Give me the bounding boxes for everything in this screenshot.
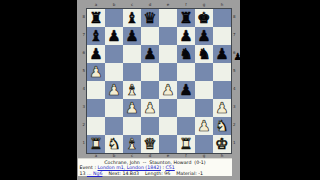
- white-knight-icon: ♞: [107, 135, 120, 153]
- square-d7[interactable]: [141, 27, 159, 45]
- file-label: f: [177, 2, 195, 7]
- file-label: g: [195, 2, 213, 7]
- square-h5[interactable]: [213, 63, 231, 81]
- black-knight-icon: ♞: [179, 45, 192, 63]
- square-f7[interactable]: ♟: [177, 27, 195, 45]
- black-pawn-icon: ♟: [107, 27, 120, 45]
- white-bishop-icon: ♝: [125, 135, 138, 153]
- white-knight-icon: ♞: [215, 117, 228, 135]
- square-d4[interactable]: [141, 81, 159, 99]
- square-c7[interactable]: ♟: [123, 27, 141, 45]
- chessboard[interactable]: ♜♝♛♜♚♝♟♟♟♟♟♟♞♞♟♟♟♝♟♟♟♟♟♟♞♜♞♝♛♜♚: [86, 8, 232, 154]
- square-a3[interactable]: [87, 99, 105, 117]
- black-pawn-icon: ♟: [197, 27, 210, 45]
- black-rook-icon: ♜: [179, 9, 192, 27]
- file-label: c: [123, 2, 141, 7]
- black-bishop-icon: ♝: [89, 27, 102, 45]
- square-e7[interactable]: [159, 27, 177, 45]
- square-h2[interactable]: ♞: [213, 117, 231, 135]
- square-a5[interactable]: ♟: [87, 63, 105, 81]
- info-text: 13: [80, 171, 87, 176]
- rank-label: 8: [80, 8, 85, 26]
- left-black-bar: [0, 0, 77, 180]
- rank-labels-left: 87654321: [80, 8, 85, 152]
- square-a8[interactable]: ♜: [87, 9, 105, 27]
- square-c3[interactable]: ♟: [123, 99, 141, 117]
- file-label: b: [105, 2, 123, 7]
- white-queen-icon: ♛: [143, 135, 156, 153]
- square-h3[interactable]: ♟: [213, 99, 231, 117]
- white-pawn-icon: ♟: [161, 81, 174, 99]
- black-knight-icon: ♞: [197, 45, 210, 63]
- file-labels-top: abcdefgh: [87, 2, 231, 7]
- square-h8[interactable]: [213, 9, 231, 27]
- square-f3[interactable]: [177, 99, 195, 117]
- square-f8[interactable]: ♜: [177, 9, 195, 27]
- square-f6[interactable]: ♞: [177, 45, 195, 63]
- file-label: h: [213, 2, 231, 7]
- white-rook-icon: ♜: [89, 135, 102, 153]
- square-g1[interactable]: [195, 135, 213, 153]
- rank-label: 7: [80, 26, 85, 44]
- rank-label: 1: [233, 134, 239, 152]
- square-g6[interactable]: ♞: [195, 45, 213, 63]
- rank-label: 5: [233, 62, 239, 80]
- black-pawn-icon: ♟: [89, 45, 102, 63]
- info-text: Length: 96: [145, 171, 170, 176]
- square-b4[interactable]: ♟: [105, 81, 123, 99]
- rank-label: 1: [80, 134, 85, 152]
- white-pawn-icon: ♟: [89, 63, 102, 81]
- square-b3[interactable]: [105, 99, 123, 117]
- file-label: d: [141, 2, 159, 7]
- square-c4[interactable]: ♝: [123, 81, 141, 99]
- info-link[interactable]: C51: [166, 165, 175, 170]
- square-c1[interactable]: ♝: [123, 135, 141, 153]
- square-c6[interactable]: [123, 45, 141, 63]
- square-g3[interactable]: [195, 99, 213, 117]
- square-g7[interactable]: ♟: [195, 27, 213, 45]
- square-d3[interactable]: ♟: [141, 99, 159, 117]
- square-b7[interactable]: ♟: [105, 27, 123, 45]
- square-h6[interactable]: ♟: [213, 45, 231, 63]
- info-text: Event :: [80, 165, 98, 170]
- rank-label: 5: [80, 62, 85, 80]
- square-a1[interactable]: ♜: [87, 135, 105, 153]
- square-g8[interactable]: ♚: [195, 9, 213, 27]
- file-label: a: [87, 2, 105, 7]
- black-pawn-icon: ♟: [179, 27, 192, 45]
- rank-label: 3: [233, 98, 239, 116]
- square-e3[interactable]: [159, 99, 177, 117]
- square-f4[interactable]: ♟: [177, 81, 195, 99]
- info-link[interactable]: ... Ng6: [87, 171, 102, 176]
- white-pawn-icon: ♟: [107, 81, 120, 99]
- square-a2[interactable]: [87, 117, 105, 135]
- info-panel: Cochrane, John -- Staunton, Howard (0-1)…: [78, 158, 232, 176]
- square-h4[interactable]: [213, 81, 231, 99]
- square-a4[interactable]: [87, 81, 105, 99]
- square-g4[interactable]: [195, 81, 213, 99]
- rank-label: 3: [80, 98, 85, 116]
- square-e5[interactable]: [159, 63, 177, 81]
- square-d2[interactable]: [141, 117, 159, 135]
- square-c2[interactable]: [123, 117, 141, 135]
- square-g5[interactable]: [195, 63, 213, 81]
- square-d1[interactable]: ♛: [141, 135, 159, 153]
- square-b5[interactable]: [105, 63, 123, 81]
- square-f5[interactable]: [177, 63, 195, 81]
- square-e6[interactable]: [159, 45, 177, 63]
- square-f2[interactable]: [177, 117, 195, 135]
- move-status-line: 13 ... Ng6Next: 14.Bd3Length: 96Material…: [78, 171, 232, 177]
- rank-label: 2: [233, 116, 239, 134]
- square-e2[interactable]: [159, 117, 177, 135]
- info-text: Next: 14.Bd3: [108, 171, 139, 176]
- white-king-icon: ♚: [215, 135, 228, 153]
- square-b6[interactable]: [105, 45, 123, 63]
- square-h1[interactable]: ♚: [213, 135, 231, 153]
- black-queen-icon: ♛: [143, 9, 156, 27]
- square-h7[interactable]: [213, 27, 231, 45]
- board-panel: abcdefgh 87654321 ♜♝♛♜♚♝♟♟♟♟♟♟♞♞♟♟♟♝♟♟♟♟…: [77, 0, 240, 180]
- file-label: e: [159, 2, 177, 7]
- square-g2[interactable]: ♟: [195, 117, 213, 135]
- square-b8[interactable]: [105, 9, 123, 27]
- white-pawn-icon: ♟: [197, 117, 210, 135]
- black-pawn-icon: ♟: [215, 45, 228, 63]
- square-f1[interactable]: ♜: [177, 135, 195, 153]
- white-pawn-icon: ♟: [215, 99, 228, 117]
- white-pawn-icon: ♟: [143, 99, 156, 117]
- square-a7[interactable]: ♝: [87, 27, 105, 45]
- black-king-icon: ♚: [197, 9, 210, 27]
- rank-labels-right: 87654321: [233, 8, 239, 152]
- black-pawn-icon: ♟: [179, 81, 192, 99]
- square-c5[interactable]: [123, 63, 141, 81]
- rank-label: 4: [233, 80, 239, 98]
- rank-label: 2: [80, 116, 85, 134]
- square-c8[interactable]: ♝: [123, 9, 141, 27]
- white-pawn-icon: ♟: [125, 99, 138, 117]
- square-d6[interactable]: ♟: [141, 45, 159, 63]
- right-black-bar: [240, 0, 320, 180]
- black-pawn-icon: ♟: [125, 27, 138, 45]
- square-d5[interactable]: [141, 63, 159, 81]
- white-rook-icon: ♜: [179, 135, 192, 153]
- rank-label: 8: [233, 8, 239, 26]
- square-b2[interactable]: [105, 117, 123, 135]
- info-text: Material: -1: [176, 171, 203, 176]
- square-d8[interactable]: ♛: [141, 9, 159, 27]
- black-pawn-icon: ♟: [143, 45, 156, 63]
- info-link[interactable]: London m1, London (1842): [98, 165, 161, 170]
- square-a6[interactable]: ♟: [87, 45, 105, 63]
- square-e4[interactable]: ♟: [159, 81, 177, 99]
- black-rook-icon: ♜: [89, 9, 102, 27]
- square-e1[interactable]: [159, 135, 177, 153]
- black-bishop-icon: ♝: [125, 9, 138, 27]
- rank-label: 7: [233, 26, 239, 44]
- square-b1[interactable]: ♞: [105, 135, 123, 153]
- square-e8[interactable]: [159, 9, 177, 27]
- white-bishop-icon: ♝: [125, 81, 138, 99]
- rank-label: 4: [80, 80, 85, 98]
- rank-label: 6: [80, 44, 85, 62]
